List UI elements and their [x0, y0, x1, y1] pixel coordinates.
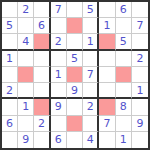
cell-r9c6[interactable]: 4: [83, 132, 99, 148]
cell-r3c4[interactable]: 2: [51, 34, 67, 50]
cell-r5c4[interactable]: 1: [51, 67, 67, 83]
cell-r5c2[interactable]: [18, 67, 34, 83]
cell-r8c6[interactable]: [83, 116, 99, 132]
cell-r9c5[interactable]: [67, 132, 83, 148]
cell-r1c6[interactable]: 5: [83, 2, 99, 18]
cell-r1c5[interactable]: [67, 2, 83, 18]
cell-r8c3[interactable]: 2: [34, 116, 50, 132]
cell-r3c5[interactable]: [67, 34, 83, 50]
cell-r8c2[interactable]: [18, 116, 34, 132]
cell-r7c6[interactable]: 2: [83, 99, 99, 115]
cell-r2c5[interactable]: [67, 18, 83, 34]
cell-r2c4[interactable]: [51, 18, 67, 34]
cell-r6c4[interactable]: [51, 83, 67, 99]
cell-r4c1[interactable]: 1: [2, 51, 18, 67]
cell-r7c1[interactable]: [2, 99, 18, 115]
cell-r7c7[interactable]: [99, 99, 115, 115]
cell-r3c8[interactable]: 5: [116, 34, 132, 50]
cell-r8c7[interactable]: 7: [99, 116, 115, 132]
cell-r4c8[interactable]: [116, 51, 132, 67]
cell-r9c1[interactable]: [2, 132, 18, 148]
cell-r5c6[interactable]: 7: [83, 67, 99, 83]
cell-r2c9[interactable]: 7: [132, 18, 148, 34]
cell-r2c2[interactable]: [18, 18, 34, 34]
cell-r5c7[interactable]: [99, 67, 115, 83]
cell-r8c8[interactable]: [116, 116, 132, 132]
cell-r8c5[interactable]: [67, 116, 83, 132]
cell-r4c4[interactable]: [51, 51, 67, 67]
cell-r2c1[interactable]: 5: [2, 18, 18, 34]
sudoku-board: 27565617421515217291192862799641: [0, 0, 150, 150]
cell-r5c1[interactable]: [2, 67, 18, 83]
cell-r5c5[interactable]: [67, 67, 83, 83]
cell-r6c7[interactable]: [99, 83, 115, 99]
cell-r1c7[interactable]: [99, 2, 115, 18]
cell-r4c2[interactable]: [18, 51, 34, 67]
cell-r7c2[interactable]: 1: [18, 99, 34, 115]
cell-r1c2[interactable]: 2: [18, 2, 34, 18]
cell-r5c9[interactable]: [132, 67, 148, 83]
cell-r1c4[interactable]: 7: [51, 2, 67, 18]
cell-r7c3[interactable]: [34, 99, 50, 115]
cell-r4c3[interactable]: [34, 51, 50, 67]
cell-r8c9[interactable]: 9: [132, 116, 148, 132]
cell-r8c1[interactable]: 6: [2, 116, 18, 132]
cell-r1c9[interactable]: [132, 2, 148, 18]
cell-r3c1[interactable]: [2, 34, 18, 50]
cell-r9c2[interactable]: 9: [18, 132, 34, 148]
cell-r3c7[interactable]: [99, 34, 115, 50]
cell-r7c5[interactable]: [67, 99, 83, 115]
cell-r6c2[interactable]: [18, 83, 34, 99]
cell-r9c3[interactable]: [34, 132, 50, 148]
cell-r6c1[interactable]: 2: [2, 83, 18, 99]
cell-r6c6[interactable]: [83, 83, 99, 99]
cell-r5c3[interactable]: [34, 67, 50, 83]
cell-r9c9[interactable]: [132, 132, 148, 148]
cell-r8c4[interactable]: [51, 116, 67, 132]
cell-r6c8[interactable]: [116, 83, 132, 99]
cell-r7c8[interactable]: 8: [116, 99, 132, 115]
cell-r5c8[interactable]: [116, 67, 132, 83]
cell-r3c9[interactable]: [132, 34, 148, 50]
cell-r1c3[interactable]: [34, 2, 50, 18]
cell-r6c3[interactable]: [34, 83, 50, 99]
cell-r1c1[interactable]: [2, 2, 18, 18]
cell-r6c9[interactable]: 1: [132, 83, 148, 99]
cell-r2c3[interactable]: 6: [34, 18, 50, 34]
cell-r9c4[interactable]: 6: [51, 132, 67, 148]
cell-r4c6[interactable]: [83, 51, 99, 67]
cell-r3c2[interactable]: 4: [18, 34, 34, 50]
cell-r3c3[interactable]: [34, 34, 50, 50]
cell-r9c7[interactable]: [99, 132, 115, 148]
cell-r9c8[interactable]: 1: [116, 132, 132, 148]
cell-r2c8[interactable]: [116, 18, 132, 34]
cell-r7c9[interactable]: [132, 99, 148, 115]
cell-r4c5[interactable]: 5: [67, 51, 83, 67]
cell-r1c8[interactable]: 6: [116, 2, 132, 18]
cell-r7c4[interactable]: 9: [51, 99, 67, 115]
cell-r2c7[interactable]: 1: [99, 18, 115, 34]
cell-r6c5[interactable]: 9: [67, 83, 83, 99]
cell-r4c7[interactable]: [99, 51, 115, 67]
cell-r2c6[interactable]: [83, 18, 99, 34]
cell-r3c6[interactable]: 1: [83, 34, 99, 50]
cell-r4c9[interactable]: 2: [132, 51, 148, 67]
